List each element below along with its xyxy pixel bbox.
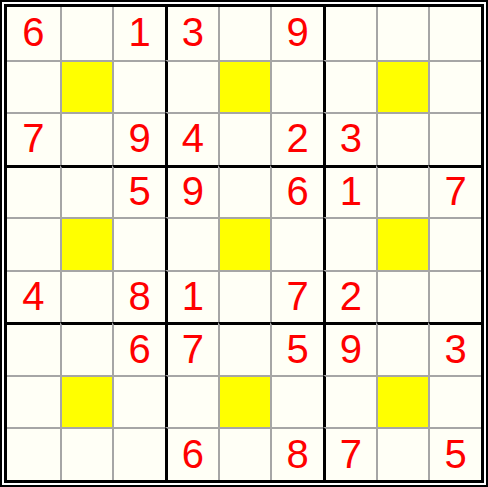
given-digit: 3 bbox=[445, 329, 467, 371]
cell-r9c6[interactable]: 8 bbox=[270, 427, 323, 480]
cell-r2c8[interactable] bbox=[376, 60, 429, 113]
cell-r7c4[interactable]: 7 bbox=[165, 322, 218, 375]
cell-r5c4[interactable] bbox=[165, 217, 218, 270]
cell-r6c7[interactable]: 2 bbox=[323, 270, 376, 323]
given-digit: 7 bbox=[287, 276, 309, 318]
cell-r8c2[interactable] bbox=[60, 375, 113, 428]
cell-r6c3[interactable]: 8 bbox=[112, 270, 165, 323]
given-digit: 5 bbox=[129, 171, 151, 213]
cell-r7c7[interactable]: 9 bbox=[323, 322, 376, 375]
cell-r3c2[interactable] bbox=[60, 112, 113, 165]
cell-r4c9[interactable]: 7 bbox=[428, 165, 481, 218]
cell-r9c4[interactable]: 6 bbox=[165, 427, 218, 480]
given-digit: 4 bbox=[182, 118, 204, 160]
cell-r2c9[interactable] bbox=[428, 60, 481, 113]
given-digit: 9 bbox=[129, 118, 151, 160]
cell-r6c4[interactable]: 1 bbox=[165, 270, 218, 323]
cell-r1c1[interactable]: 6 bbox=[7, 7, 60, 60]
given-digit: 5 bbox=[445, 434, 467, 476]
given-digit: 2 bbox=[340, 276, 362, 318]
cell-r8c3[interactable] bbox=[112, 375, 165, 428]
cell-r4c6[interactable]: 6 bbox=[270, 165, 323, 218]
given-digit: 1 bbox=[182, 276, 204, 318]
cell-r6c1[interactable]: 4 bbox=[7, 270, 60, 323]
given-digit: 7 bbox=[340, 434, 362, 476]
cell-r4c1[interactable] bbox=[7, 165, 60, 218]
cell-r8c9[interactable] bbox=[428, 375, 481, 428]
cell-r7c3[interactable]: 6 bbox=[112, 322, 165, 375]
cell-r1c2[interactable] bbox=[60, 7, 113, 60]
cell-r7c8[interactable] bbox=[376, 322, 429, 375]
cell-r4c3[interactable]: 5 bbox=[112, 165, 165, 218]
cell-r9c1[interactable] bbox=[7, 427, 60, 480]
cell-r7c6[interactable]: 5 bbox=[270, 322, 323, 375]
cell-r1c4[interactable]: 3 bbox=[165, 7, 218, 60]
cell-r2c7[interactable] bbox=[323, 60, 376, 113]
cell-r2c5[interactable] bbox=[218, 60, 271, 113]
cell-r5c5[interactable] bbox=[218, 217, 271, 270]
cell-r2c3[interactable] bbox=[112, 60, 165, 113]
sudoku-board: 6139794235961748172675936875 bbox=[4, 4, 484, 483]
cell-r6c5[interactable] bbox=[218, 270, 271, 323]
cell-r4c2[interactable] bbox=[60, 165, 113, 218]
given-digit: 6 bbox=[287, 171, 309, 213]
cell-r2c6[interactable] bbox=[270, 60, 323, 113]
given-digit: 8 bbox=[287, 434, 309, 476]
cell-r5c8[interactable] bbox=[376, 217, 429, 270]
given-digit: 3 bbox=[182, 12, 204, 54]
cell-r8c6[interactable] bbox=[270, 375, 323, 428]
given-digit: 9 bbox=[340, 329, 362, 371]
cell-r4c4[interactable]: 9 bbox=[165, 165, 218, 218]
cell-r6c8[interactable] bbox=[376, 270, 429, 323]
cell-r7c2[interactable] bbox=[60, 322, 113, 375]
cell-r5c2[interactable] bbox=[60, 217, 113, 270]
cell-r8c4[interactable] bbox=[165, 375, 218, 428]
cell-r3c8[interactable] bbox=[376, 112, 429, 165]
cell-r5c9[interactable] bbox=[428, 217, 481, 270]
given-digit: 9 bbox=[287, 12, 309, 54]
given-digit: 8 bbox=[129, 276, 151, 318]
cell-r5c6[interactable] bbox=[270, 217, 323, 270]
cell-r3c9[interactable] bbox=[428, 112, 481, 165]
cell-r8c5[interactable] bbox=[218, 375, 271, 428]
cell-r7c9[interactable]: 3 bbox=[428, 322, 481, 375]
cell-r9c3[interactable] bbox=[112, 427, 165, 480]
cell-r2c1[interactable] bbox=[7, 60, 60, 113]
cell-r9c9[interactable]: 5 bbox=[428, 427, 481, 480]
cell-r7c1[interactable] bbox=[7, 322, 60, 375]
cell-r3c6[interactable]: 2 bbox=[270, 112, 323, 165]
cell-r1c7[interactable] bbox=[323, 7, 376, 60]
cell-r9c2[interactable] bbox=[60, 427, 113, 480]
given-digit: 2 bbox=[287, 118, 309, 160]
cell-r1c8[interactable] bbox=[376, 7, 429, 60]
cell-r9c7[interactable]: 7 bbox=[323, 427, 376, 480]
cell-r1c6[interactable]: 9 bbox=[270, 7, 323, 60]
cell-r8c7[interactable] bbox=[323, 375, 376, 428]
cell-r3c7[interactable]: 3 bbox=[323, 112, 376, 165]
cell-r2c4[interactable] bbox=[165, 60, 218, 113]
cell-r4c7[interactable]: 1 bbox=[323, 165, 376, 218]
cell-r3c1[interactable]: 7 bbox=[7, 112, 60, 165]
given-digit: 5 bbox=[287, 329, 309, 371]
cell-r2c2[interactable] bbox=[60, 60, 113, 113]
cell-r1c9[interactable] bbox=[428, 7, 481, 60]
cell-r1c3[interactable]: 1 bbox=[112, 7, 165, 60]
cell-r5c1[interactable] bbox=[7, 217, 60, 270]
cell-r3c5[interactable] bbox=[218, 112, 271, 165]
cell-r6c2[interactable] bbox=[60, 270, 113, 323]
cell-r6c9[interactable] bbox=[428, 270, 481, 323]
given-digit: 9 bbox=[182, 171, 204, 213]
given-digit: 7 bbox=[22, 118, 44, 160]
given-digit: 4 bbox=[22, 276, 44, 318]
cell-r8c1[interactable] bbox=[7, 375, 60, 428]
cell-r9c8[interactable] bbox=[376, 427, 429, 480]
given-digit: 1 bbox=[129, 12, 151, 54]
given-digit: 7 bbox=[445, 171, 467, 213]
cell-r4c8[interactable] bbox=[376, 165, 429, 218]
cell-r5c7[interactable] bbox=[323, 217, 376, 270]
cell-r9c5[interactable] bbox=[218, 427, 271, 480]
cell-r5c3[interactable] bbox=[112, 217, 165, 270]
cell-r1c5[interactable] bbox=[218, 7, 271, 60]
cell-r3c4[interactable]: 4 bbox=[165, 112, 218, 165]
cell-r7c5[interactable] bbox=[218, 322, 271, 375]
given-digit: 6 bbox=[22, 12, 44, 54]
given-digit: 3 bbox=[340, 118, 362, 160]
cell-r8c8[interactable] bbox=[376, 375, 429, 428]
cell-r4c5[interactable] bbox=[218, 165, 271, 218]
given-digit: 1 bbox=[340, 171, 362, 213]
given-digit: 6 bbox=[129, 329, 151, 371]
sudoku-board-frame: 6139794235961748172675936875 bbox=[0, 0, 488, 487]
given-digit: 6 bbox=[182, 434, 204, 476]
given-digit: 7 bbox=[182, 329, 204, 371]
cell-r3c3[interactable]: 9 bbox=[112, 112, 165, 165]
cell-r6c6[interactable]: 7 bbox=[270, 270, 323, 323]
